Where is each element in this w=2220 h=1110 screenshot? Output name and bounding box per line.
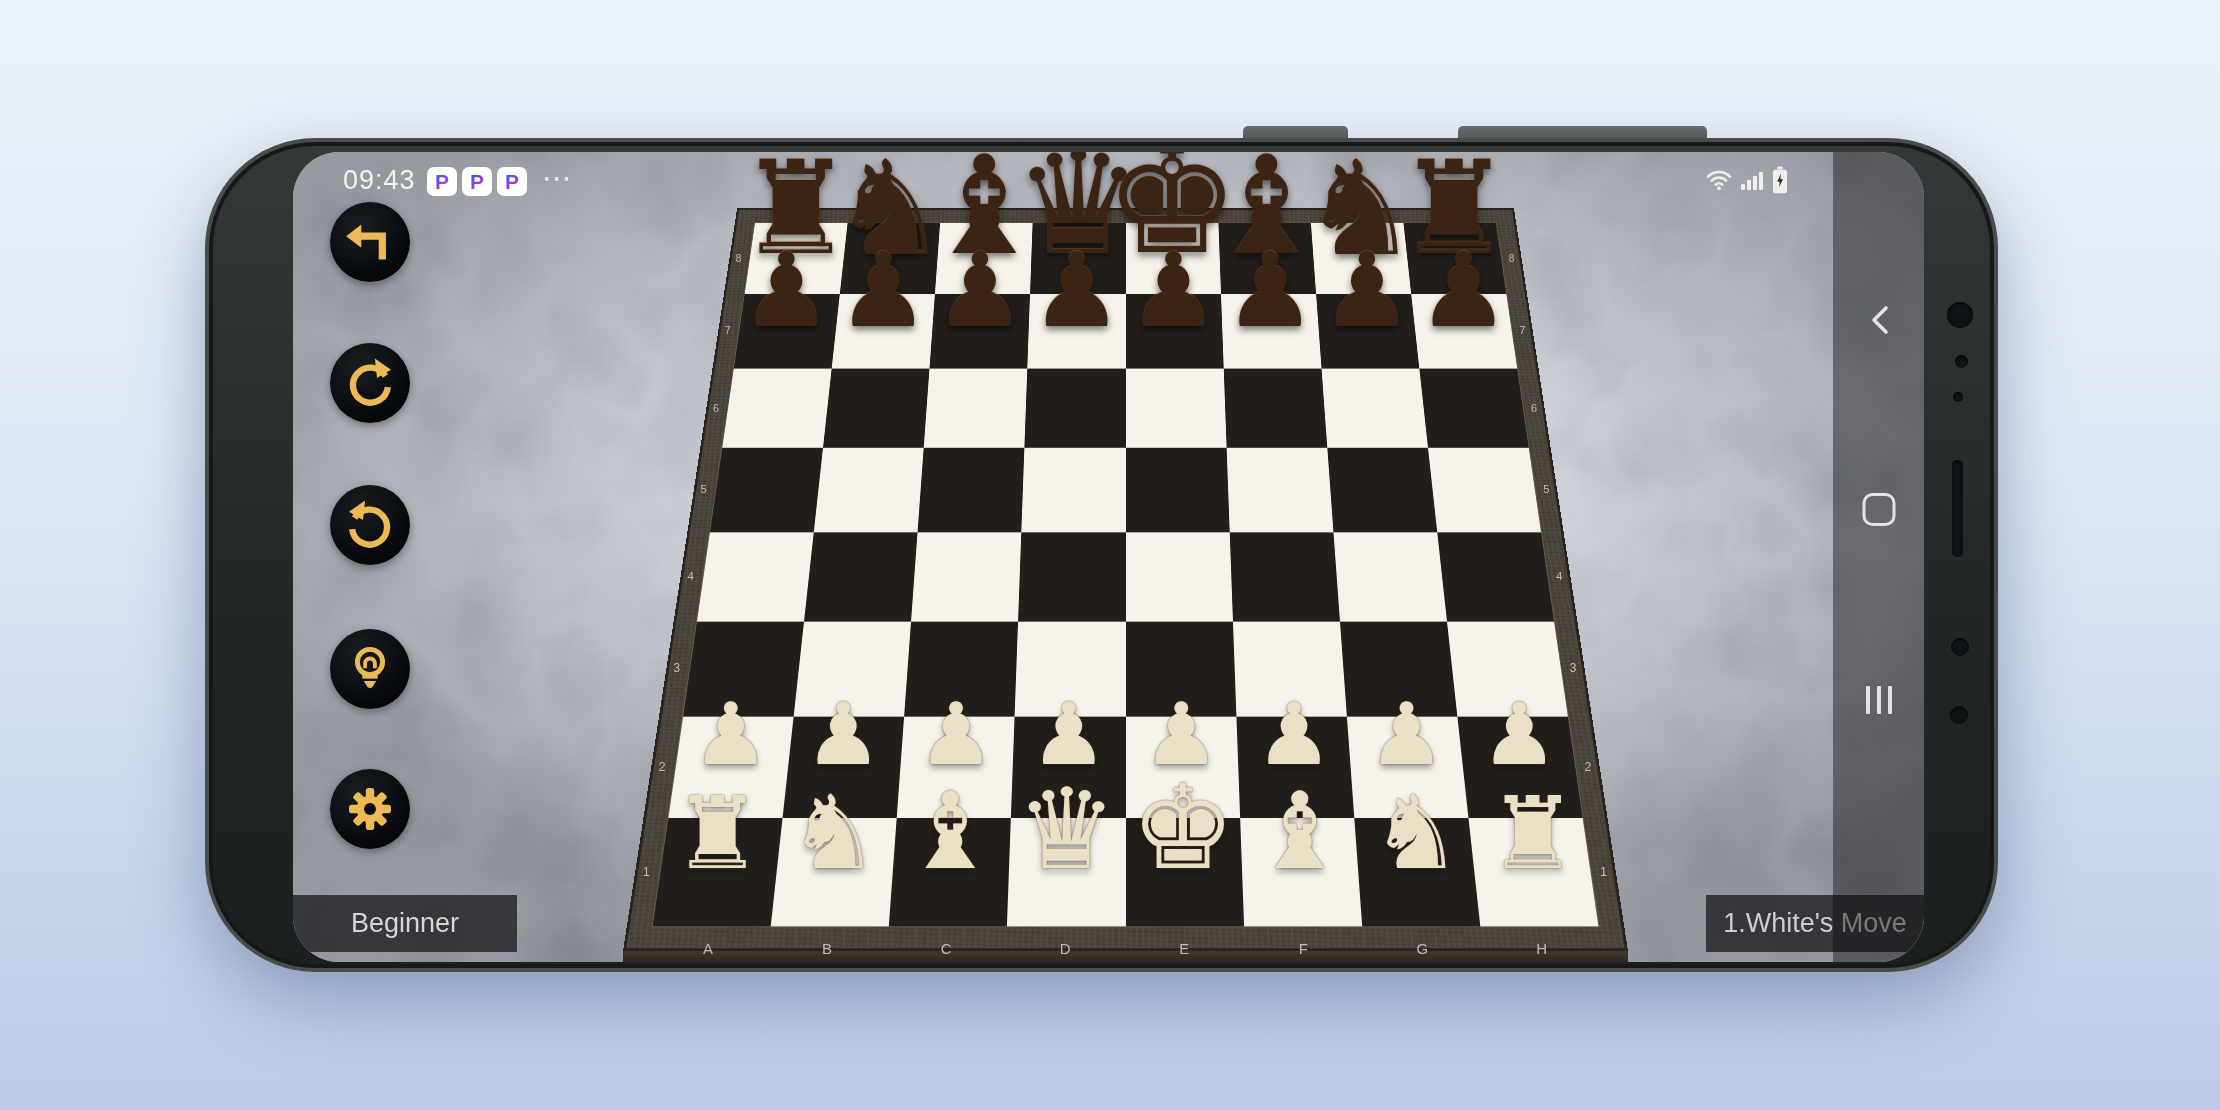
square-b4[interactable] [804, 532, 918, 621]
piece-white-rook-h1[interactable]: ♜ [1488, 784, 1578, 884]
piece-black-pawn-h7[interactable]: ♟ [1417, 240, 1509, 343]
piece-white-knight-b1[interactable]: ♞ [788, 782, 879, 884]
redo-icon [342, 355, 398, 411]
square-g5[interactable] [1327, 448, 1437, 532]
piece-black-pawn-g7[interactable]: ♟ [1321, 240, 1413, 343]
square-a6[interactable] [722, 369, 831, 448]
piece-white-pawn-a2[interactable]: ♟ [692, 691, 769, 777]
piece-black-pawn-c7[interactable]: ♟ [934, 240, 1026, 343]
sensor-dot [1953, 392, 1963, 402]
phone-frame: ABCDEFGH1122334455667788 ♜♞♝♛♚♝♞♜♟♟♟♟♟♟♟… [205, 138, 1998, 972]
square-f4[interactable] [1229, 532, 1339, 621]
hint-bulb-icon [342, 641, 398, 697]
recents-icon[interactable] [1866, 686, 1892, 714]
piece-white-queen-d1[interactable]: ♛ [1017, 773, 1117, 885]
piece-white-knight-g1[interactable]: ♞ [1370, 782, 1461, 884]
piece-white-pawn-b2[interactable]: ♟ [805, 691, 882, 777]
square-f6[interactable] [1223, 369, 1327, 448]
piece-white-pawn-f2[interactable]: ♟ [1255, 691, 1332, 777]
piece-white-bishop-c1[interactable]: ♝ [903, 779, 998, 885]
redo-button[interactable] [330, 343, 410, 423]
piece-white-pawn-h2[interactable]: ♟ [1481, 691, 1558, 777]
square-f5[interactable] [1226, 448, 1333, 532]
square-d4[interactable] [1018, 532, 1125, 621]
speaker-slot [1952, 460, 1963, 557]
square-b5[interactable] [813, 448, 923, 532]
android-navigation-bar [1833, 152, 1924, 962]
piece-white-king-e1[interactable]: ♚ [1131, 769, 1236, 886]
sensor-dot [1950, 706, 1968, 724]
square-e6[interactable] [1125, 369, 1226, 448]
piece-black-pawn-e7[interactable]: ♟ [1127, 240, 1219, 343]
undo-icon [342, 497, 398, 553]
difficulty-label-bar: Beginner [293, 895, 517, 952]
square-g4[interactable] [1333, 532, 1447, 621]
square-c5[interactable] [917, 448, 1024, 532]
square-c6[interactable] [923, 369, 1027, 448]
square-h6[interactable] [1419, 369, 1528, 448]
square-g6[interactable] [1321, 369, 1428, 448]
piece-white-bishop-f1[interactable]: ♝ [1252, 779, 1347, 885]
square-d5[interactable] [1021, 448, 1125, 532]
app-screen: ABCDEFGH1122334455667788 ♜♞♝♛♚♝♞♜♟♟♟♟♟♟♟… [293, 152, 1924, 962]
back-chevron-icon[interactable] [1867, 303, 1891, 337]
undo-button[interactable] [330, 485, 410, 565]
square-a4[interactable] [697, 532, 814, 621]
sensor-dot [1951, 638, 1969, 656]
difficulty-label: Beginner [351, 908, 459, 939]
piece-white-pawn-c2[interactable]: ♟ [917, 691, 994, 777]
settings-button[interactable] [330, 769, 410, 849]
square-e5[interactable] [1125, 448, 1229, 532]
piece-black-pawn-b7[interactable]: ♟ [837, 240, 929, 343]
back-button[interactable] [330, 202, 410, 282]
square-c4[interactable] [911, 532, 1021, 621]
back-icon [341, 213, 399, 271]
piece-black-pawn-d7[interactable]: ♟ [1030, 240, 1122, 343]
camera-lens [1947, 302, 1973, 328]
piece-black-pawn-f7[interactable]: ♟ [1224, 240, 1316, 343]
piece-black-pawn-a7[interactable]: ♟ [740, 240, 832, 343]
square-a5[interactable] [710, 448, 823, 532]
piece-white-pawn-g2[interactable]: ♟ [1368, 691, 1445, 777]
square-e4[interactable] [1125, 532, 1232, 621]
sensor-dot [1955, 355, 1968, 368]
square-d6[interactable] [1024, 369, 1125, 448]
home-icon[interactable] [1862, 493, 1895, 526]
settings-gear-icon [342, 781, 398, 837]
square-b6[interactable] [823, 369, 930, 448]
square-h5[interactable] [1427, 448, 1540, 532]
square-h4[interactable] [1437, 532, 1554, 621]
piece-white-rook-a1[interactable]: ♜ [672, 784, 762, 884]
hint-button[interactable] [330, 629, 410, 709]
